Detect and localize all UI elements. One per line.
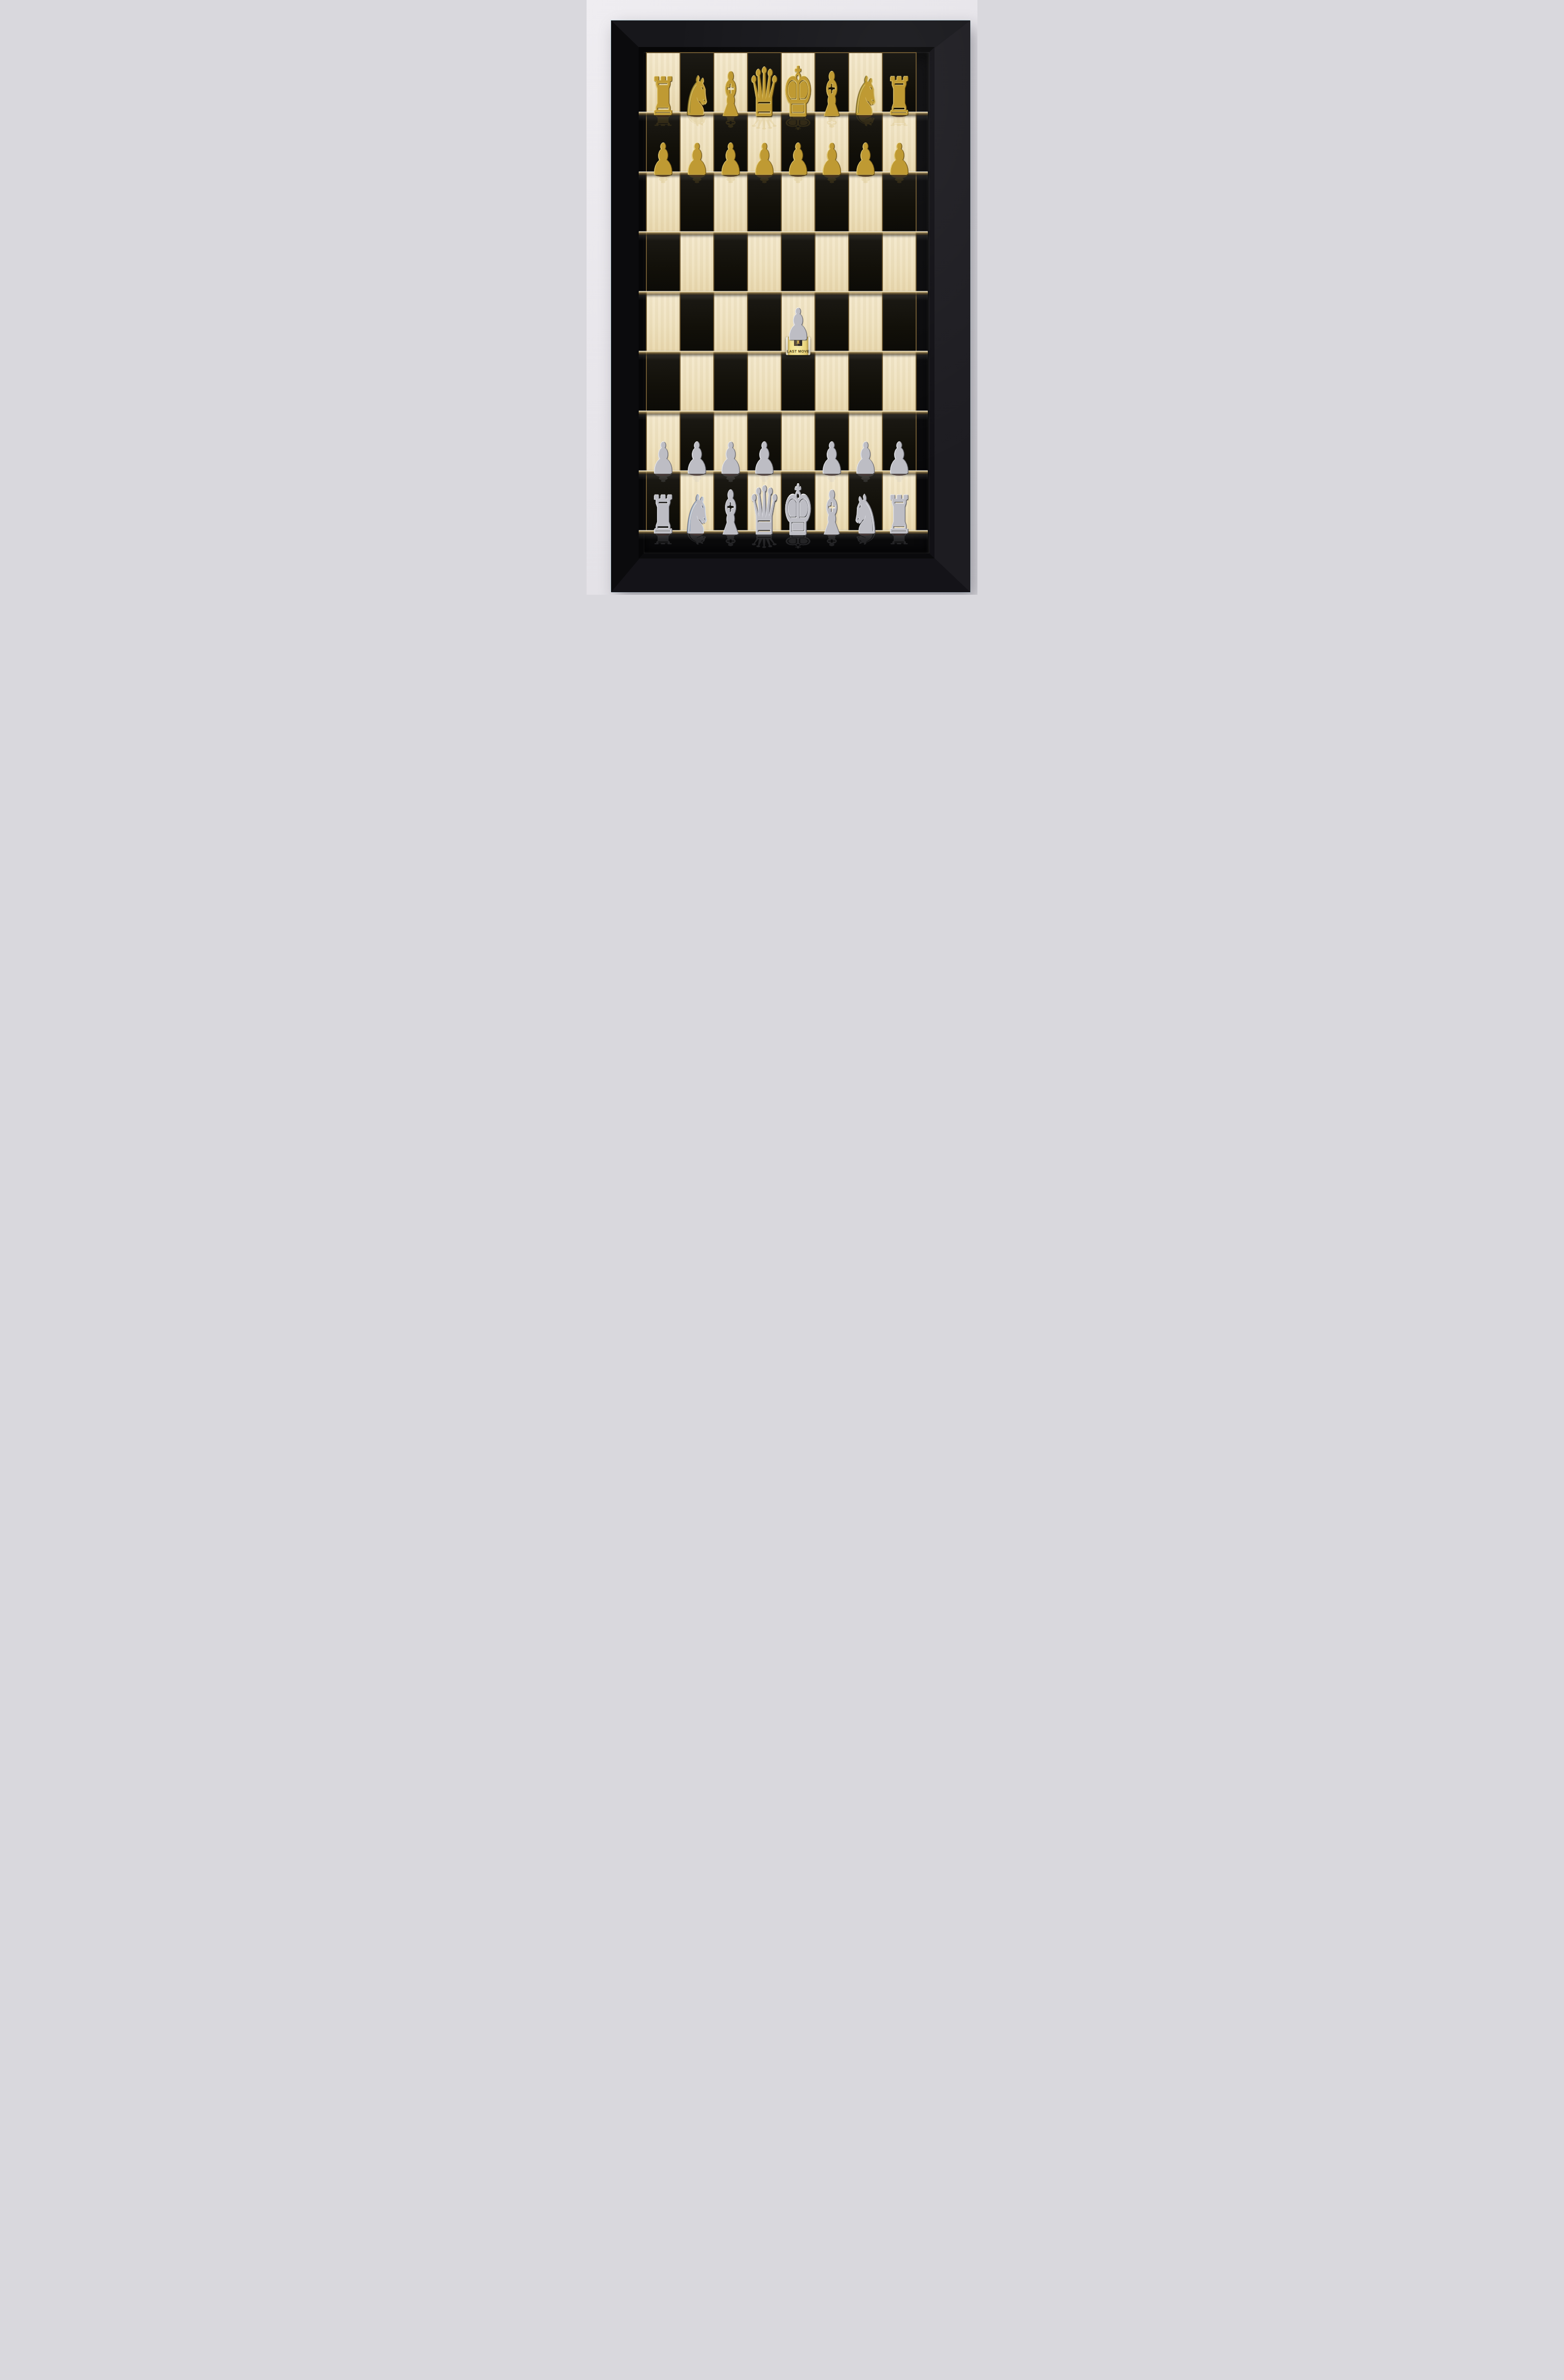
piece-reflection: ♚ [782, 112, 814, 132]
board-backer: ♜ LAST MOVE ♜♜♞♞♝♝♛♛♚♚♝♝♞♞♜♜♟♟♟♟♟♟♟♟♟♟♟♟… [644, 52, 919, 543]
piece-reflection: ♟ [819, 172, 845, 184]
piece-reflection: ♜ [649, 530, 676, 546]
piece-reflection: ♟ [853, 172, 878, 184]
shelf-rank-7 [639, 172, 928, 175]
piece-reflection: ♟ [684, 172, 710, 184]
piece-reflection: ♞ [682, 112, 711, 128]
piece-reflection: ♟ [718, 172, 743, 184]
piece-reflection: ♟ [650, 471, 676, 483]
piece-reflection: ♛ [748, 530, 781, 550]
shelf-rank-5 [639, 291, 928, 295]
piece-reflection: ♟ [886, 172, 912, 184]
piece-reflection: ♝ [818, 112, 846, 130]
piece-reflection: ♟ [650, 172, 676, 184]
piece-reflection: ♟ [684, 471, 710, 483]
piece-reflection: ♞ [851, 112, 880, 128]
piece-reflection: ♟ [853, 471, 878, 483]
board-frame: ♜ LAST MOVE ♜♜♞♞♝♝♛♛♚♚♝♝♞♞♜♜♟♟♟♟♟♟♟♟♟♟♟♟… [611, 20, 970, 592]
shelf-rank-3 [639, 411, 928, 414]
piece-reflection: ♟ [785, 172, 811, 184]
piece-reflection: ♞ [851, 530, 880, 546]
piece-reflection: ♚ [782, 530, 814, 551]
piece-reflection: ♜ [649, 112, 676, 128]
piece-reflection: ♟ [752, 172, 777, 184]
piece-reflection: ♟ [785, 337, 811, 349]
piece-reflection: ♟ [886, 471, 912, 483]
photo-scene: ♜ LAST MOVE ♜♜♞♞♝♝♛♛♚♚♝♝♞♞♜♜♟♟♟♟♟♟♟♟♟♟♟♟… [587, 0, 977, 595]
shelf-rank-6 [639, 231, 928, 235]
shelf-rank-4 [639, 351, 928, 355]
piece-reflection: ♞ [682, 530, 711, 546]
piece-reflection: ♝ [818, 530, 846, 549]
piece-reflection: ♜ [885, 530, 913, 546]
piece-reflection: ♜ [885, 112, 913, 128]
piece-reflection: ♝ [716, 112, 745, 130]
piece-reflection: ♝ [716, 530, 745, 549]
piece-reflection: ♛ [748, 112, 781, 132]
